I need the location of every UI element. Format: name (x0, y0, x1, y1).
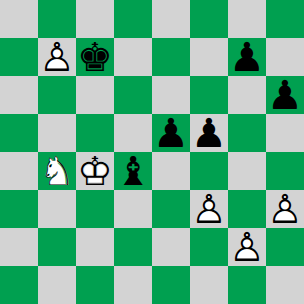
square-g8[interactable] (228, 0, 266, 38)
square-d1[interactable] (114, 266, 152, 304)
square-f5[interactable]: ♟ (190, 114, 228, 152)
square-e5[interactable]: ♟ (152, 114, 190, 152)
piece-black-king[interactable]: ♚ (76, 38, 114, 76)
square-g7[interactable]: ♟ (228, 38, 266, 76)
square-h6[interactable]: ♟ (266, 76, 304, 114)
square-d5[interactable] (114, 114, 152, 152)
square-g4[interactable] (228, 152, 266, 190)
square-d7[interactable] (114, 38, 152, 76)
square-b4[interactable]: ♞♘ (38, 152, 76, 190)
piece-white-pawn[interactable]: ♟♙ (38, 38, 76, 76)
square-f1[interactable] (190, 266, 228, 304)
square-b3[interactable] (38, 190, 76, 228)
piece-black-bishop[interactable]: ♝ (114, 152, 152, 190)
white-piece-outline: ♙ (267, 189, 303, 229)
square-b1[interactable] (38, 266, 76, 304)
square-b2[interactable] (38, 228, 76, 266)
square-c8[interactable] (76, 0, 114, 38)
square-f8[interactable] (190, 0, 228, 38)
square-h5[interactable] (266, 114, 304, 152)
square-g1[interactable] (228, 266, 266, 304)
square-f2[interactable] (190, 228, 228, 266)
square-e8[interactable] (152, 0, 190, 38)
square-e3[interactable] (152, 190, 190, 228)
square-c2[interactable] (76, 228, 114, 266)
square-c6[interactable] (76, 76, 114, 114)
piece-white-pawn[interactable]: ♟♙ (228, 228, 266, 266)
square-g6[interactable] (228, 76, 266, 114)
square-g5[interactable] (228, 114, 266, 152)
square-h4[interactable] (266, 152, 304, 190)
square-h1[interactable] (266, 266, 304, 304)
square-a8[interactable] (0, 0, 38, 38)
square-a5[interactable] (0, 114, 38, 152)
square-b7[interactable]: ♟♙ (38, 38, 76, 76)
square-d4[interactable]: ♝ (114, 152, 152, 190)
piece-white-pawn[interactable]: ♟♙ (266, 190, 304, 228)
square-f3[interactable]: ♟♙ (190, 190, 228, 228)
white-piece-outline: ♙ (191, 189, 227, 229)
square-b6[interactable] (38, 76, 76, 114)
piece-white-king[interactable]: ♚♔ (76, 152, 114, 190)
black-piece-glyph: ♚ (77, 37, 113, 77)
square-a6[interactable] (0, 76, 38, 114)
square-a2[interactable] (0, 228, 38, 266)
black-piece-glyph: ♟ (191, 113, 227, 153)
square-g2[interactable]: ♟♙ (228, 228, 266, 266)
square-e7[interactable] (152, 38, 190, 76)
piece-black-pawn[interactable]: ♟ (266, 76, 304, 114)
square-a4[interactable] (0, 152, 38, 190)
piece-black-pawn[interactable]: ♟ (190, 114, 228, 152)
square-h8[interactable] (266, 0, 304, 38)
white-piece-outline: ♙ (39, 37, 75, 77)
square-d2[interactable] (114, 228, 152, 266)
square-f7[interactable] (190, 38, 228, 76)
square-f4[interactable] (190, 152, 228, 190)
square-d3[interactable] (114, 190, 152, 228)
square-e1[interactable] (152, 266, 190, 304)
square-g3[interactable] (228, 190, 266, 228)
white-piece-outline: ♔ (77, 151, 113, 191)
square-h7[interactable] (266, 38, 304, 76)
square-h2[interactable] (266, 228, 304, 266)
white-piece-outline: ♘ (39, 151, 75, 191)
black-piece-glyph: ♟ (267, 75, 303, 115)
piece-white-knight[interactable]: ♞♘ (38, 152, 76, 190)
chess-board: ♟♙♚♟♟♟♟♞♘♚♔♝♟♙♟♙♟♙ (0, 0, 304, 304)
black-piece-glyph: ♟ (153, 113, 189, 153)
white-piece-outline: ♙ (229, 227, 265, 267)
square-f6[interactable] (190, 76, 228, 114)
square-e4[interactable] (152, 152, 190, 190)
square-d6[interactable] (114, 76, 152, 114)
piece-white-pawn[interactable]: ♟♙ (190, 190, 228, 228)
piece-black-pawn[interactable]: ♟ (228, 38, 266, 76)
piece-black-pawn[interactable]: ♟ (152, 114, 190, 152)
square-h3[interactable]: ♟♙ (266, 190, 304, 228)
square-e6[interactable] (152, 76, 190, 114)
square-a7[interactable] (0, 38, 38, 76)
square-d8[interactable] (114, 0, 152, 38)
square-c5[interactable] (76, 114, 114, 152)
square-c1[interactable] (76, 266, 114, 304)
square-b5[interactable] (38, 114, 76, 152)
square-c7[interactable]: ♚ (76, 38, 114, 76)
black-piece-glyph: ♝ (115, 151, 151, 191)
square-e2[interactable] (152, 228, 190, 266)
square-c4[interactable]: ♚♔ (76, 152, 114, 190)
square-b8[interactable] (38, 0, 76, 38)
square-c3[interactable] (76, 190, 114, 228)
square-a1[interactable] (0, 266, 38, 304)
square-a3[interactable] (0, 190, 38, 228)
black-piece-glyph: ♟ (229, 37, 265, 77)
